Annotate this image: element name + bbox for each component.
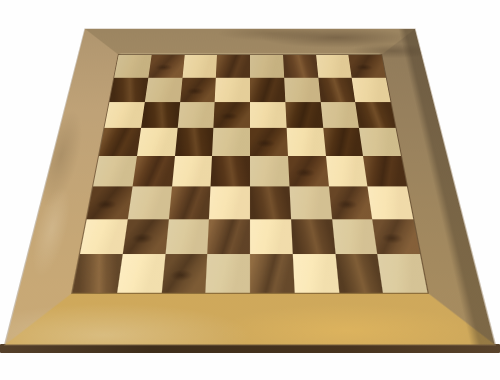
- square-h6: [355, 102, 395, 128]
- square-c4: [172, 156, 213, 186]
- square-b3: [128, 186, 172, 219]
- square-a3: [87, 186, 133, 219]
- square-b1: [117, 254, 165, 293]
- square-f7: [284, 78, 320, 102]
- square-c7: [180, 78, 216, 102]
- square-c5: [175, 128, 214, 156]
- square-g7: [318, 78, 355, 102]
- square-b4: [132, 156, 174, 186]
- square-b7: [145, 78, 182, 102]
- square-c3: [168, 186, 210, 219]
- square-g2: [332, 219, 378, 254]
- square-h8: [349, 55, 386, 78]
- square-a6: [104, 102, 144, 128]
- square-g3: [328, 186, 372, 219]
- square-e7: [250, 78, 285, 102]
- square-c2: [165, 219, 209, 254]
- square-f3: [289, 186, 331, 219]
- square-h4: [363, 156, 407, 186]
- square-h1: [378, 254, 428, 293]
- square-f8: [283, 55, 318, 78]
- square-d8: [216, 55, 250, 78]
- square-d4: [211, 156, 250, 186]
- square-f2: [291, 219, 335, 254]
- square-b2: [122, 219, 168, 254]
- square-a1: [72, 254, 122, 293]
- square-d7: [215, 78, 250, 102]
- square-e3: [250, 186, 291, 219]
- square-b6: [141, 102, 180, 128]
- square-c8: [182, 55, 217, 78]
- board-side-edge: [0, 344, 500, 353]
- square-e2: [250, 219, 293, 254]
- square-g4: [326, 156, 368, 186]
- square-e4: [250, 156, 289, 186]
- square-d3: [209, 186, 250, 219]
- square-h7: [352, 78, 391, 102]
- square-h3: [368, 186, 414, 219]
- board-frame: [5, 29, 494, 345]
- square-b8: [148, 55, 184, 78]
- square-g1: [335, 254, 383, 293]
- square-d5: [212, 128, 250, 156]
- square-f5: [286, 128, 325, 156]
- square-f6: [285, 102, 323, 128]
- square-a5: [99, 128, 141, 156]
- square-a4: [93, 156, 137, 186]
- square-e6: [250, 102, 286, 128]
- photo-background: [0, 0, 500, 380]
- square-h2: [372, 219, 420, 254]
- square-g6: [320, 102, 359, 128]
- square-e8: [250, 55, 284, 78]
- square-d6: [214, 102, 250, 128]
- playing-area: [72, 55, 427, 293]
- square-a2: [80, 219, 128, 254]
- square-c1: [161, 254, 207, 293]
- square-g5: [323, 128, 363, 156]
- square-f4: [288, 156, 329, 186]
- square-f1: [293, 254, 339, 293]
- square-g8: [316, 55, 352, 78]
- square-h5: [359, 128, 401, 156]
- square-c6: [177, 102, 215, 128]
- square-e5: [250, 128, 288, 156]
- square-e1: [250, 254, 294, 293]
- square-b5: [137, 128, 177, 156]
- square-a8: [114, 55, 151, 78]
- square-a7: [109, 78, 148, 102]
- square-d2: [207, 219, 250, 254]
- chessboard: [5, 29, 494, 345]
- square-d1: [206, 254, 250, 293]
